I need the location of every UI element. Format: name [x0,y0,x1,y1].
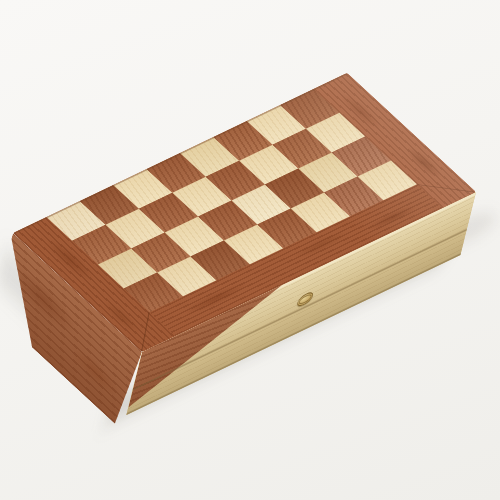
photo-scene [0,0,500,500]
